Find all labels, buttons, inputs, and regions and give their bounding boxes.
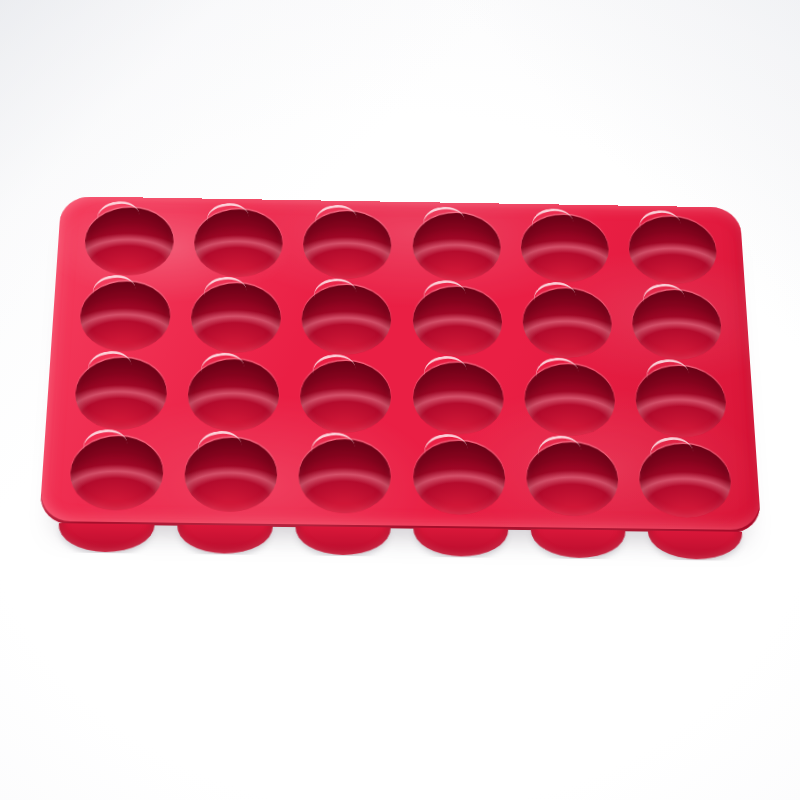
mold-cavity — [68, 435, 165, 510]
mold-cavity — [183, 437, 278, 512]
mold-cavity — [78, 281, 172, 352]
image-caption: Red 24-cavity silicone mini muffin bakin… — [0, 0, 1, 1]
mold-cavity — [300, 360, 392, 433]
mold-cavity — [412, 286, 502, 357]
cup-underside-bump — [57, 523, 156, 553]
cup-underside-bump — [413, 523, 508, 557]
mold-cavity — [303, 211, 392, 280]
mold-cavity — [522, 288, 613, 359]
cup-underside-bump — [530, 523, 626, 558]
mold-cavity — [186, 359, 279, 432]
mold-cavity — [412, 213, 501, 282]
photo-background: Red 24-cavity silicone mini muffin bakin… — [0, 0, 800, 800]
mold-cavity — [635, 365, 729, 438]
mold-cavity — [638, 443, 733, 518]
mold-cavity — [628, 216, 719, 285]
mold-cavity — [520, 214, 610, 283]
mold-cavity — [524, 363, 617, 436]
cup-underside-bump — [647, 523, 744, 560]
cup-undersides — [45, 523, 755, 561]
mold-cavity — [83, 207, 175, 276]
mold-cavity — [413, 362, 504, 435]
mold-cavity — [413, 440, 506, 515]
cup-underside-bump — [295, 523, 391, 555]
mold-top-surface — [39, 196, 761, 533]
mold-cavity — [526, 441, 620, 516]
cavity-grid — [56, 204, 744, 521]
mold-cavity — [190, 283, 282, 354]
mold-cavity — [193, 209, 284, 278]
mold-cavity — [631, 290, 723, 361]
mold-cavity — [73, 357, 168, 430]
mold-cavity — [301, 284, 391, 355]
cup-underside-bump — [176, 523, 273, 554]
mold-cavity — [298, 438, 391, 513]
